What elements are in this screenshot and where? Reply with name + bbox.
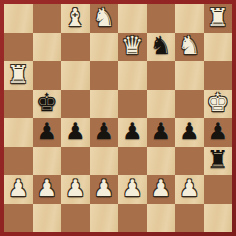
white-rook: ♜ — [207, 5, 229, 30]
square-g6[interactable] — [175, 61, 204, 90]
square-d2[interactable]: ♟ — [90, 175, 119, 204]
square-c6[interactable] — [61, 61, 90, 90]
white-rook: ♜ — [7, 62, 29, 87]
square-a5[interactable] — [4, 90, 33, 119]
square-d5[interactable] — [90, 90, 119, 119]
square-g5[interactable] — [175, 90, 204, 119]
black-pawn: ♟ — [150, 120, 171, 143]
white-pawn: ♟ — [36, 177, 57, 200]
square-a3[interactable] — [4, 147, 33, 176]
square-d4[interactable]: ♟ — [90, 118, 119, 147]
square-d7[interactable] — [90, 33, 119, 62]
square-h3[interactable]: ♜ — [204, 147, 233, 176]
square-c4[interactable]: ♟ — [61, 118, 90, 147]
square-b6[interactable] — [33, 61, 62, 90]
square-g7[interactable]: ♞ — [175, 33, 204, 62]
square-f1[interactable] — [147, 204, 176, 233]
square-h2[interactable] — [204, 175, 233, 204]
white-queen: ♛ — [121, 33, 143, 58]
square-e1[interactable] — [118, 204, 147, 233]
square-b5[interactable]: ♚ — [33, 90, 62, 119]
square-f6[interactable] — [147, 61, 176, 90]
square-c2[interactable]: ♟ — [61, 175, 90, 204]
square-f2[interactable]: ♟ — [147, 175, 176, 204]
square-a8[interactable] — [4, 4, 33, 33]
square-a7[interactable] — [4, 33, 33, 62]
square-e8[interactable] — [118, 4, 147, 33]
square-b7[interactable] — [33, 33, 62, 62]
black-pawn: ♟ — [179, 120, 200, 143]
white-knight: ♞ — [178, 33, 200, 58]
black-king: ♚ — [36, 90, 58, 115]
square-h6[interactable] — [204, 61, 233, 90]
chess-board: ♝♞♜♛♞♞♜♚♚♟♟♟♟♟♟♟♜♟♟♟♟♟♟♟ — [4, 4, 232, 232]
chess-board-frame: ♝♞♜♛♞♞♜♚♚♟♟♟♟♟♟♟♜♟♟♟♟♟♟♟ — [0, 0, 236, 236]
square-f3[interactable] — [147, 147, 176, 176]
square-b3[interactable] — [33, 147, 62, 176]
square-c7[interactable] — [61, 33, 90, 62]
square-d3[interactable] — [90, 147, 119, 176]
square-d6[interactable] — [90, 61, 119, 90]
square-a6[interactable]: ♜ — [4, 61, 33, 90]
square-g1[interactable] — [175, 204, 204, 233]
square-h7[interactable] — [204, 33, 233, 62]
white-pawn: ♟ — [65, 177, 86, 200]
square-h8[interactable]: ♜ — [204, 4, 233, 33]
black-pawn: ♟ — [122, 120, 143, 143]
square-d1[interactable] — [90, 204, 119, 233]
square-e3[interactable] — [118, 147, 147, 176]
square-d8[interactable]: ♞ — [90, 4, 119, 33]
white-pawn: ♟ — [179, 177, 200, 200]
black-pawn: ♟ — [93, 120, 114, 143]
square-a4[interactable] — [4, 118, 33, 147]
square-f5[interactable] — [147, 90, 176, 119]
square-a2[interactable]: ♟ — [4, 175, 33, 204]
square-h5[interactable]: ♚ — [204, 90, 233, 119]
black-pawn: ♟ — [36, 120, 57, 143]
square-b4[interactable]: ♟ — [33, 118, 62, 147]
square-g4[interactable]: ♟ — [175, 118, 204, 147]
square-c8[interactable]: ♝ — [61, 4, 90, 33]
square-b1[interactable] — [33, 204, 62, 233]
black-pawn: ♟ — [207, 120, 228, 143]
square-b2[interactable]: ♟ — [33, 175, 62, 204]
square-g8[interactable] — [175, 4, 204, 33]
black-rook: ♜ — [207, 147, 229, 172]
square-f4[interactable]: ♟ — [147, 118, 176, 147]
square-a1[interactable] — [4, 204, 33, 233]
square-c1[interactable] — [61, 204, 90, 233]
white-pawn: ♟ — [122, 177, 143, 200]
square-e7[interactable]: ♛ — [118, 33, 147, 62]
square-g2[interactable]: ♟ — [175, 175, 204, 204]
square-f7[interactable]: ♞ — [147, 33, 176, 62]
white-pawn: ♟ — [8, 177, 29, 200]
white-pawn: ♟ — [150, 177, 171, 200]
square-b8[interactable] — [33, 4, 62, 33]
square-c3[interactable] — [61, 147, 90, 176]
black-pawn: ♟ — [65, 120, 86, 143]
square-g3[interactable] — [175, 147, 204, 176]
white-bishop: ♝ — [64, 5, 86, 30]
square-e5[interactable] — [118, 90, 147, 119]
square-h4[interactable]: ♟ — [204, 118, 233, 147]
square-h1[interactable] — [204, 204, 233, 233]
white-king: ♚ — [207, 90, 229, 115]
square-e4[interactable]: ♟ — [118, 118, 147, 147]
square-e6[interactable] — [118, 61, 147, 90]
square-e2[interactable]: ♟ — [118, 175, 147, 204]
white-pawn: ♟ — [93, 177, 114, 200]
square-f8[interactable] — [147, 4, 176, 33]
white-knight: ♞ — [93, 5, 115, 30]
square-c5[interactable] — [61, 90, 90, 119]
black-knight: ♞ — [150, 33, 172, 58]
